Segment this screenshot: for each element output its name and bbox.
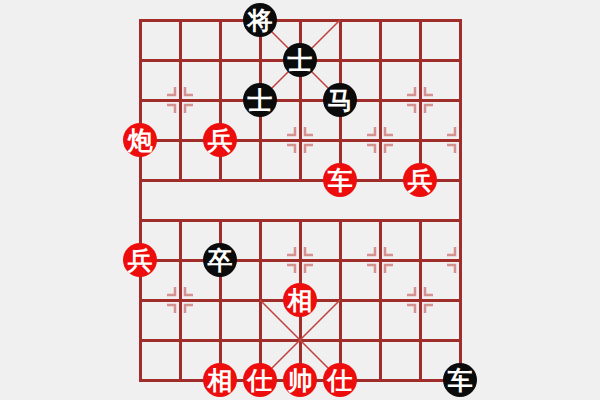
piece-black-horse[interactable]: 马 — [323, 83, 357, 117]
piece-red-cannon[interactable]: 炮 — [123, 123, 157, 157]
piece-black-advisor[interactable]: 士 — [283, 43, 317, 77]
piece-red-elephant[interactable]: 相 — [283, 283, 317, 317]
piece-red-pawn[interactable]: 兵 — [403, 163, 437, 197]
piece-black-pawn[interactable]: 卒 — [203, 243, 237, 277]
piece-black-chariot[interactable]: 车 — [443, 363, 477, 397]
piece-red-advisor[interactable]: 仕 — [243, 363, 277, 397]
xiangqi-app: 将士士马炮兵车兵兵卒相相仕帅仕车 — [0, 0, 600, 400]
piece-red-chariot[interactable]: 车 — [323, 163, 357, 197]
piece-red-general[interactable]: 帅 — [283, 363, 317, 397]
xiangqi-board: 将士士马炮兵车兵兵卒相相仕帅仕车 — [120, 0, 480, 400]
piece-red-pawn[interactable]: 兵 — [123, 243, 157, 277]
piece-red-elephant[interactable]: 相 — [203, 363, 237, 397]
piece-black-general[interactable]: 将 — [243, 3, 277, 37]
piece-red-advisor[interactable]: 仕 — [323, 363, 357, 397]
piece-black-advisor[interactable]: 士 — [243, 83, 277, 117]
piece-red-pawn[interactable]: 兵 — [203, 123, 237, 157]
